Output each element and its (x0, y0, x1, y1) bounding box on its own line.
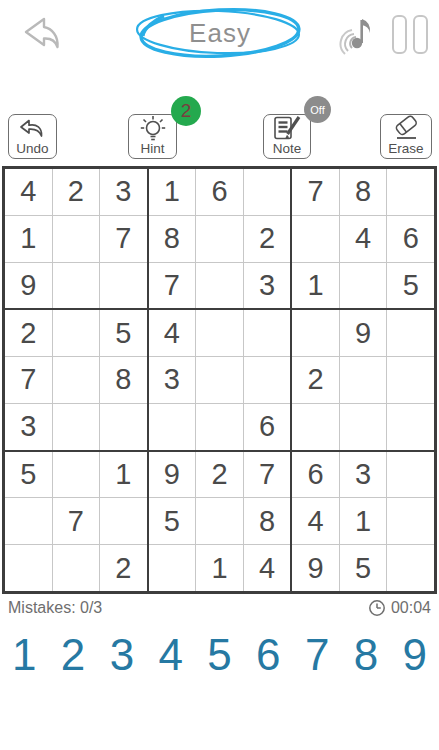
hint-label: Hint (140, 142, 164, 159)
cell-r5c1[interactable]: 7 (5, 357, 52, 403)
cell-r5c3[interactable]: 8 (100, 357, 147, 403)
cell-r6c5[interactable] (196, 404, 243, 450)
note-pencil-icon (264, 115, 310, 142)
numpad-1[interactable]: 1 (12, 633, 36, 677)
pause-bar-icon (413, 15, 428, 54)
numpad-6[interactable]: 6 (256, 633, 280, 677)
note-off-badge[interactable]: Off (304, 96, 331, 123)
erase-label: Erase (388, 142, 423, 159)
difficulty-title: Easy (130, 2, 310, 66)
cell-r3c5[interactable] (196, 263, 243, 309)
cell-r3c2[interactable] (53, 263, 100, 309)
cell-r2c8[interactable]: 4 (340, 216, 387, 262)
cell-r6c1[interactable]: 3 (5, 404, 52, 450)
cell-r4c9[interactable] (387, 310, 434, 356)
cell-r1c7[interactable]: 7 (292, 169, 339, 215)
cell-r8c8[interactable]: 1 (340, 498, 387, 544)
timer: 00:04 (368, 599, 431, 617)
page-title: Easy (130, 2, 310, 64)
cell-r3c6[interactable]: 3 (244, 263, 291, 309)
cell-r7c8[interactable]: 3 (340, 452, 387, 498)
cell-r6c6[interactable]: 6 (244, 404, 291, 450)
numpad-8[interactable]: 8 (354, 633, 378, 677)
cell-r7c7[interactable]: 6 (292, 452, 339, 498)
music-button[interactable] (338, 10, 380, 58)
cell-r3c9[interactable]: 5 (387, 263, 434, 309)
cell-r4c5[interactable] (196, 310, 243, 356)
undo-icon (9, 115, 56, 142)
cell-r5c2[interactable] (53, 357, 100, 403)
cell-r6c8[interactable] (340, 404, 387, 450)
cell-r5c5[interactable] (196, 357, 243, 403)
note-button[interactable]: Note (263, 114, 311, 159)
cell-r7c4[interactable]: 9 (149, 452, 196, 498)
cell-r9c9[interactable] (387, 545, 434, 591)
cell-r9c8[interactable]: 5 (340, 545, 387, 591)
number-pad: 123456789 (0, 626, 439, 684)
cell-r4c3[interactable]: 5 (100, 310, 147, 356)
cell-r3c1[interactable]: 9 (5, 263, 52, 309)
cell-r4c4[interactable]: 4 (149, 310, 196, 356)
numpad-7[interactable]: 7 (305, 633, 329, 677)
numpad-9[interactable]: 9 (403, 633, 427, 677)
cell-r9c7[interactable]: 9 (292, 545, 339, 591)
board-box-4: 25783 (5, 310, 147, 449)
cell-r1c3[interactable]: 3 (100, 169, 147, 215)
cell-r7c9[interactable] (387, 452, 434, 498)
cell-r1c5[interactable]: 6 (196, 169, 243, 215)
mistakes-counter: Mistakes: 0/3 (8, 599, 102, 617)
cell-r8c1[interactable] (5, 498, 52, 544)
cell-r2c5[interactable] (196, 216, 243, 262)
cell-r6c9[interactable] (387, 404, 434, 450)
cell-r4c1[interactable]: 2 (5, 310, 52, 356)
cell-r6c7[interactable] (292, 404, 339, 450)
cell-r9c3[interactable]: 2 (100, 545, 147, 591)
cell-r5c7[interactable]: 2 (292, 357, 339, 403)
cell-r2c3[interactable]: 7 (100, 216, 147, 262)
cell-r9c2[interactable] (53, 545, 100, 591)
hint-count-badge[interactable]: 2 (171, 96, 201, 126)
top-bar: Easy (0, 0, 439, 70)
board-box-6: 92 (292, 310, 434, 449)
cell-r8c9[interactable] (387, 498, 434, 544)
clock-icon (368, 599, 386, 617)
cell-r5c8[interactable] (340, 357, 387, 403)
lightbulb-icon (129, 115, 176, 142)
cell-r4c6[interactable] (244, 310, 291, 356)
cell-r2c6[interactable]: 2 (244, 216, 291, 262)
cell-r1c8[interactable]: 8 (340, 169, 387, 215)
cell-r8c5[interactable] (196, 498, 243, 544)
cell-r8c4[interactable]: 5 (149, 498, 196, 544)
cell-r2c4[interactable]: 8 (149, 216, 196, 262)
cell-r9c4[interactable] (149, 545, 196, 591)
undo-label: Undo (16, 142, 48, 159)
back-button[interactable] (14, 10, 60, 56)
cell-r1c4[interactable]: 1 (149, 169, 196, 215)
cell-r6c2[interactable] (53, 404, 100, 450)
cell-r9c5[interactable]: 1 (196, 545, 243, 591)
board-box-7: 5172 (5, 452, 147, 591)
cell-r3c4[interactable]: 7 (149, 263, 196, 309)
timer-value: 00:04 (391, 599, 431, 617)
sudoku-board: 4231791682737846152578343692517292758146… (2, 166, 437, 594)
cell-r5c9[interactable] (387, 357, 434, 403)
cell-r3c3[interactable] (100, 263, 147, 309)
cell-r3c7[interactable]: 1 (292, 263, 339, 309)
undo-button[interactable]: Undo (8, 114, 57, 159)
cell-r9c1[interactable] (5, 545, 52, 591)
cell-r8c3[interactable] (100, 498, 147, 544)
board-box-3: 784615 (292, 169, 434, 308)
cell-r8c2[interactable]: 7 (53, 498, 100, 544)
cell-r2c1[interactable]: 1 (5, 216, 52, 262)
cell-r1c2[interactable]: 2 (53, 169, 100, 215)
cell-r7c6[interactable]: 7 (244, 452, 291, 498)
numpad-2[interactable]: 2 (61, 633, 85, 677)
erase-button[interactable]: Erase (380, 114, 432, 159)
cell-r3c8[interactable] (340, 263, 387, 309)
cell-r5c4[interactable]: 3 (149, 357, 196, 403)
numpad-5[interactable]: 5 (207, 633, 231, 677)
cell-r1c9[interactable] (387, 169, 434, 215)
board-box-2: 168273 (149, 169, 291, 308)
note-label: Note (273, 142, 302, 159)
cell-r7c5[interactable]: 2 (196, 452, 243, 498)
numpad-3[interactable]: 3 (110, 633, 134, 677)
music-note-icon (338, 10, 380, 58)
cell-r2c7[interactable] (292, 216, 339, 262)
cell-r4c8[interactable]: 9 (340, 310, 387, 356)
cell-r7c1[interactable]: 5 (5, 452, 52, 498)
numpad-4[interactable]: 4 (158, 633, 182, 677)
cell-r6c4[interactable] (149, 404, 196, 450)
pause-bar-icon (392, 15, 407, 54)
cell-r9c6[interactable]: 4 (244, 545, 291, 591)
board-box-8: 9275814 (149, 452, 291, 591)
cell-r8c6[interactable]: 8 (244, 498, 291, 544)
hint-button[interactable]: Hint (128, 114, 177, 159)
cell-r2c9[interactable]: 6 (387, 216, 434, 262)
board-box-1: 423179 (5, 169, 147, 308)
cell-r7c3[interactable]: 1 (100, 452, 147, 498)
board-box-9: 634195 (292, 452, 434, 591)
eraser-icon (381, 115, 431, 142)
board-box-5: 436 (149, 310, 291, 449)
cell-r1c1[interactable]: 4 (5, 169, 52, 215)
cell-r4c7[interactable] (292, 310, 339, 356)
cell-r1c6[interactable] (244, 169, 291, 215)
cell-r7c2[interactable] (53, 452, 100, 498)
cell-r8c7[interactable]: 4 (292, 498, 339, 544)
cell-r2c2[interactable] (53, 216, 100, 262)
pause-button[interactable] (392, 15, 432, 55)
cell-r4c2[interactable] (53, 310, 100, 356)
cell-r6c3[interactable] (100, 404, 147, 450)
status-bar: Mistakes: 0/3 00:04 (0, 599, 439, 621)
cell-r5c6[interactable] (244, 357, 291, 403)
back-arrow-icon (14, 10, 60, 56)
